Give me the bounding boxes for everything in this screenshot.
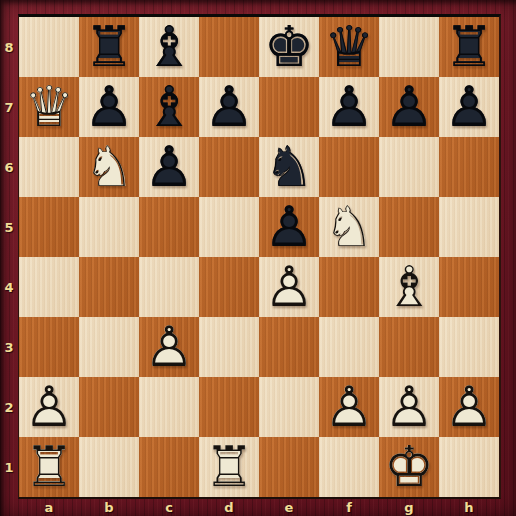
black-pawn-outline-glyph: ♙ <box>79 77 139 137</box>
square-a3[interactable] <box>19 317 79 377</box>
square-a4[interactable] <box>19 257 79 317</box>
square-c4[interactable] <box>139 257 199 317</box>
rank-label-4: 4 <box>0 257 18 317</box>
piece-white-queen-a7[interactable]: ♛♕ <box>19 77 79 137</box>
square-f1[interactable] <box>319 437 379 497</box>
white-king-outline-glyph: ♔ <box>379 437 439 497</box>
piece-white-knight-b6[interactable]: ♞♘ <box>79 137 139 197</box>
square-b4[interactable] <box>79 257 139 317</box>
piece-black-pawn-b7[interactable]: ♟♙ <box>79 77 139 137</box>
square-d4[interactable] <box>199 257 259 317</box>
square-g5[interactable] <box>379 197 439 257</box>
piece-black-pawn-e5[interactable]: ♟♙ <box>259 197 319 257</box>
piece-white-pawn-g2[interactable]: ♟♙ <box>379 377 439 437</box>
rank-label-7: 7 <box>0 77 18 137</box>
square-f6[interactable] <box>319 137 379 197</box>
black-bishop-outline-glyph: ♗ <box>139 17 199 77</box>
piece-black-queen-f8[interactable]: ♛♕ <box>319 17 379 77</box>
rank-label-1: 1 <box>0 437 18 497</box>
white-pawn-outline-glyph: ♙ <box>259 257 319 317</box>
square-h4[interactable] <box>439 257 499 317</box>
piece-black-rook-b8[interactable]: ♜♖ <box>79 17 139 77</box>
black-pawn-outline-glyph: ♙ <box>439 77 499 137</box>
piece-white-pawn-h2[interactable]: ♟♙ <box>439 377 499 437</box>
white-rook-outline-glyph: ♖ <box>19 437 79 497</box>
black-pawn-outline-glyph: ♙ <box>259 197 319 257</box>
black-bishop-outline-glyph: ♗ <box>139 77 199 137</box>
chess-board: ♜♖♝♗♚♔♛♕♜♖♛♕♟♙♝♗♟♙♟♙♟♙♟♙♞♘♟♙♞♘♟♙♞♘♟♙♝♗♟♙… <box>18 14 501 499</box>
square-g2[interactable]: ♟♙ <box>379 377 439 437</box>
square-e1[interactable] <box>259 437 319 497</box>
square-h6[interactable] <box>439 137 499 197</box>
piece-black-king-e8[interactable]: ♚♔ <box>259 17 319 77</box>
rank-label-5: 5 <box>0 197 18 257</box>
square-f5[interactable]: ♞♘ <box>319 197 379 257</box>
square-b7[interactable]: ♟♙ <box>79 77 139 137</box>
piece-white-pawn-f2[interactable]: ♟♙ <box>319 377 379 437</box>
piece-black-bishop-c8[interactable]: ♝♗ <box>139 17 199 77</box>
piece-white-king-g1[interactable]: ♚♔ <box>379 437 439 497</box>
black-pawn-outline-glyph: ♙ <box>319 77 379 137</box>
rank-label-2: 2 <box>0 377 18 437</box>
square-d1[interactable]: ♜♖ <box>199 437 259 497</box>
white-pawn-outline-glyph: ♙ <box>19 377 79 437</box>
black-knight-outline-glyph: ♘ <box>259 137 319 197</box>
square-f3[interactable] <box>319 317 379 377</box>
white-bishop-outline-glyph: ♗ <box>379 257 439 317</box>
square-h3[interactable] <box>439 317 499 377</box>
black-rook-outline-glyph: ♖ <box>79 17 139 77</box>
piece-black-pawn-d7[interactable]: ♟♙ <box>199 77 259 137</box>
rank-label-8: 8 <box>0 17 18 77</box>
piece-black-pawn-f7[interactable]: ♟♙ <box>319 77 379 137</box>
black-queen-outline-glyph: ♕ <box>319 17 379 77</box>
square-b5[interactable] <box>79 197 139 257</box>
square-h1[interactable] <box>439 437 499 497</box>
square-h2[interactable]: ♟♙ <box>439 377 499 437</box>
file-label-h: h <box>439 499 499 516</box>
square-f8[interactable]: ♛♕ <box>319 17 379 77</box>
white-pawn-outline-glyph: ♙ <box>439 377 499 437</box>
piece-black-knight-e6[interactable]: ♞♘ <box>259 137 319 197</box>
square-d5[interactable] <box>199 197 259 257</box>
square-e5[interactable]: ♟♙ <box>259 197 319 257</box>
file-label-e: e <box>259 499 319 516</box>
square-c6[interactable]: ♟♙ <box>139 137 199 197</box>
square-b6[interactable]: ♞♘ <box>79 137 139 197</box>
square-a5[interactable] <box>19 197 79 257</box>
square-b8[interactable]: ♜♖ <box>79 17 139 77</box>
square-c5[interactable] <box>139 197 199 257</box>
piece-black-pawn-c6[interactable]: ♟♙ <box>139 137 199 197</box>
rank-label-6: 6 <box>0 137 18 197</box>
square-c2[interactable] <box>139 377 199 437</box>
rank-label-3: 3 <box>0 317 18 377</box>
file-label-g: g <box>379 499 439 516</box>
square-h7[interactable]: ♟♙ <box>439 77 499 137</box>
square-h8[interactable]: ♜♖ <box>439 17 499 77</box>
square-a7[interactable]: ♛♕ <box>19 77 79 137</box>
square-c8[interactable]: ♝♗ <box>139 17 199 77</box>
piece-black-pawn-h7[interactable]: ♟♙ <box>439 77 499 137</box>
black-pawn-outline-glyph: ♙ <box>139 137 199 197</box>
square-d6[interactable] <box>199 137 259 197</box>
piece-black-bishop-c7[interactable]: ♝♗ <box>139 77 199 137</box>
square-d3[interactable] <box>199 317 259 377</box>
board-frame: ♜♖♝♗♚♔♛♕♜♖♛♕♟♙♝♗♟♙♟♙♟♙♟♙♞♘♟♙♞♘♟♙♞♘♟♙♝♗♟♙… <box>0 0 516 516</box>
piece-white-pawn-e4[interactable]: ♟♙ <box>259 257 319 317</box>
square-f2[interactable]: ♟♙ <box>319 377 379 437</box>
square-e2[interactable] <box>259 377 319 437</box>
square-a1[interactable]: ♜♖ <box>19 437 79 497</box>
file-label-a: a <box>19 499 79 516</box>
square-e8[interactable]: ♚♔ <box>259 17 319 77</box>
white-pawn-outline-glyph: ♙ <box>379 377 439 437</box>
file-label-c: c <box>139 499 199 516</box>
square-c1[interactable] <box>139 437 199 497</box>
file-label-d: d <box>199 499 259 516</box>
square-g8[interactable] <box>379 17 439 77</box>
white-queen-outline-glyph: ♕ <box>19 77 79 137</box>
square-e7[interactable] <box>259 77 319 137</box>
square-g7[interactable]: ♟♙ <box>379 77 439 137</box>
white-knight-outline-glyph: ♘ <box>319 197 379 257</box>
square-c7[interactable]: ♝♗ <box>139 77 199 137</box>
black-pawn-outline-glyph: ♙ <box>379 77 439 137</box>
square-e3[interactable] <box>259 317 319 377</box>
square-e6[interactable]: ♞♘ <box>259 137 319 197</box>
square-f4[interactable] <box>319 257 379 317</box>
square-b2[interactable] <box>79 377 139 437</box>
square-e4[interactable]: ♟♙ <box>259 257 319 317</box>
square-g1[interactable]: ♚♔ <box>379 437 439 497</box>
square-d2[interactable] <box>199 377 259 437</box>
square-a8[interactable] <box>19 17 79 77</box>
square-d8[interactable] <box>199 17 259 77</box>
piece-white-rook-a1[interactable]: ♜♖ <box>19 437 79 497</box>
white-rook-outline-glyph: ♖ <box>199 437 259 497</box>
piece-white-knight-f5[interactable]: ♞♘ <box>319 197 379 257</box>
piece-white-rook-d1[interactable]: ♜♖ <box>199 437 259 497</box>
square-g6[interactable] <box>379 137 439 197</box>
square-a6[interactable] <box>19 137 79 197</box>
piece-black-rook-h8[interactable]: ♜♖ <box>439 17 499 77</box>
white-pawn-outline-glyph: ♙ <box>319 377 379 437</box>
square-b3[interactable] <box>79 317 139 377</box>
file-label-b: b <box>79 499 139 516</box>
black-pawn-outline-glyph: ♙ <box>199 77 259 137</box>
square-b1[interactable] <box>79 437 139 497</box>
square-f7[interactable]: ♟♙ <box>319 77 379 137</box>
piece-black-pawn-g7[interactable]: ♟♙ <box>379 77 439 137</box>
piece-white-bishop-g4[interactable]: ♝♗ <box>379 257 439 317</box>
square-c3[interactable]: ♟♙ <box>139 317 199 377</box>
black-rook-outline-glyph: ♖ <box>439 17 499 77</box>
square-g4[interactable]: ♝♗ <box>379 257 439 317</box>
white-knight-outline-glyph: ♘ <box>79 137 139 197</box>
piece-white-pawn-a2[interactable]: ♟♙ <box>19 377 79 437</box>
square-a2[interactable]: ♟♙ <box>19 377 79 437</box>
square-g3[interactable] <box>379 317 439 377</box>
black-king-outline-glyph: ♔ <box>259 17 319 77</box>
piece-white-pawn-c3[interactable]: ♟♙ <box>139 317 199 377</box>
white-pawn-outline-glyph: ♙ <box>139 317 199 377</box>
square-d7[interactable]: ♟♙ <box>199 77 259 137</box>
square-h5[interactable] <box>439 197 499 257</box>
file-label-f: f <box>319 499 379 516</box>
